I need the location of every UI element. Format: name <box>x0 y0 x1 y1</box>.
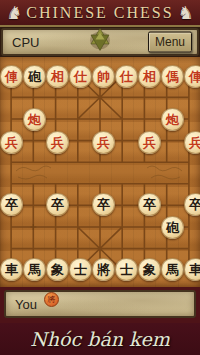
piece-red-兵[interactable]: 兵 <box>0 131 23 154</box>
board-grid[interactable]: 俥砲相仕帥仕相傌俥炮炮兵兵兵兵兵卒卒卒卒卒砲車馬象士將士象馬車 <box>0 65 200 281</box>
piece-red-相[interactable]: 相 <box>46 65 69 88</box>
chinese-chess-app: ♞ CHINESE CHESS ♞ CPU Menu <box>0 0 200 355</box>
star-icon <box>89 27 111 55</box>
you-label: You <box>15 297 37 312</box>
piece-red-俥[interactable]: 俥 <box>184 65 200 88</box>
turn-indicator-icon: 將 <box>44 292 59 307</box>
piece-black-卒[interactable]: 卒 <box>92 193 115 216</box>
menu-button[interactable]: Menu <box>148 32 192 53</box>
piece-red-帥[interactable]: 帥 <box>92 65 115 88</box>
cpu-bar: CPU Menu <box>0 27 200 57</box>
piece-black-卒[interactable]: 卒 <box>46 193 69 216</box>
knight-icon: ♞ <box>6 4 22 22</box>
piece-red-炮[interactable]: 炮 <box>161 108 184 131</box>
piece-black-砲[interactable]: 砲 <box>23 65 46 88</box>
xiangqi-board[interactable]: 俥砲相仕帥仕相傌俥炮炮兵兵兵兵兵卒卒卒卒卒砲車馬象士將士象馬車 <box>0 57 200 287</box>
piece-black-象[interactable]: 象 <box>46 258 69 281</box>
piece-black-士[interactable]: 士 <box>69 258 92 281</box>
you-bar: You 將 <box>0 287 200 323</box>
piece-black-車[interactable]: 車 <box>184 258 200 281</box>
you-panel: You 將 <box>4 290 196 318</box>
piece-black-馬[interactable]: 馬 <box>23 258 46 281</box>
piece-red-俥[interactable]: 俥 <box>0 65 23 88</box>
piece-black-車[interactable]: 車 <box>0 258 23 281</box>
cpu-label: CPU <box>12 35 39 50</box>
footer-text: Nhóc bán kem <box>30 328 170 350</box>
piece-red-兵[interactable]: 兵 <box>92 131 115 154</box>
footer: Nhóc bán kem <box>0 323 200 355</box>
piece-red-兵[interactable]: 兵 <box>46 131 69 154</box>
piece-black-士[interactable]: 士 <box>115 258 138 281</box>
knight-icon: ♞ <box>178 4 194 22</box>
piece-red-仕[interactable]: 仕 <box>69 65 92 88</box>
cpu-panel: CPU Menu <box>1 28 199 56</box>
piece-black-象[interactable]: 象 <box>138 258 161 281</box>
piece-black-將[interactable]: 將 <box>92 258 115 281</box>
piece-black-卒[interactable]: 卒 <box>138 193 161 216</box>
piece-black-馬[interactable]: 馬 <box>161 258 184 281</box>
piece-black-卒[interactable]: 卒 <box>184 193 200 216</box>
piece-black-砲[interactable]: 砲 <box>161 216 184 239</box>
piece-red-仕[interactable]: 仕 <box>115 65 138 88</box>
piece-red-兵[interactable]: 兵 <box>138 131 161 154</box>
piece-red-相[interactable]: 相 <box>138 65 161 88</box>
piece-black-卒[interactable]: 卒 <box>0 193 23 216</box>
title-bar: ♞ CHINESE CHESS ♞ <box>0 0 200 27</box>
piece-red-兵[interactable]: 兵 <box>184 131 200 154</box>
piece-red-傌[interactable]: 傌 <box>161 65 184 88</box>
piece-red-炮[interactable]: 炮 <box>23 108 46 131</box>
page-title: CHINESE CHESS <box>26 4 173 22</box>
